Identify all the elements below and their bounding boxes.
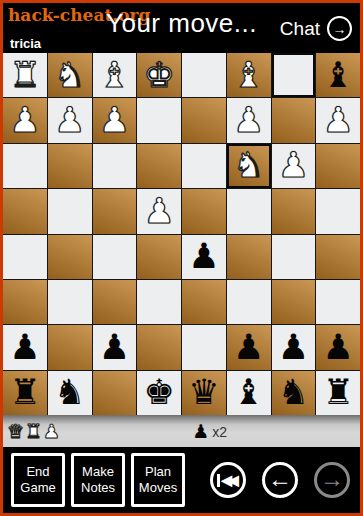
white-rook: ♜ — [9, 58, 40, 93]
square-h3[interactable] — [3, 144, 47, 188]
white-king: ♚ — [143, 58, 174, 93]
black-rook: ♜ — [322, 375, 353, 410]
black-pawn-icon: ♟ — [192, 422, 209, 441]
captured-white-pieces: ♛♜♟ — [7, 422, 60, 441]
square-h6[interactable] — [3, 280, 47, 324]
square-b3[interactable]: ♟ — [272, 144, 316, 188]
square-d5[interactable]: ♟ — [182, 235, 226, 279]
square-h8[interactable]: ♜ — [3, 371, 47, 415]
square-c4[interactable] — [227, 189, 271, 233]
end-game-line1: End — [26, 464, 49, 480]
white-pawn: ♟ — [54, 103, 85, 138]
square-a4[interactable] — [316, 189, 360, 233]
end-game-line2: Game — [20, 480, 55, 496]
square-c1[interactable]: ♝ — [227, 53, 271, 97]
white-pawn: ♟ — [9, 103, 40, 138]
white-bishop: ♝ — [99, 58, 130, 93]
square-a1[interactable]: ♝ — [316, 53, 360, 97]
bottom-toolbar: End Game Make Notes Plan Moves ◀◀ ← → — [3, 447, 360, 513]
square-g3[interactable] — [48, 144, 92, 188]
black-king: ♚ — [143, 375, 174, 410]
black-pawn: ♟ — [188, 239, 219, 274]
square-b8[interactable]: ♞ — [272, 371, 316, 415]
plan-moves-line1: Plan — [145, 464, 171, 480]
square-h1[interactable]: ♜ — [3, 53, 47, 97]
square-f7[interactable]: ♟ — [93, 325, 137, 369]
square-f1[interactable]: ♝ — [93, 53, 137, 97]
captured-black-pieces: ♟ x2 — [192, 422, 227, 441]
plan-moves-line2: Moves — [139, 480, 177, 496]
white-knight: ♞ — [54, 58, 85, 93]
plan-moves-button[interactable]: Plan Moves — [131, 453, 185, 507]
black-bishop: ♝ — [233, 375, 264, 410]
app-window: hack-cheat.org Your move... Chat → trici… — [0, 0, 363, 516]
square-d8[interactable]: ♛ — [182, 371, 226, 415]
back-button[interactable]: ← — [262, 462, 298, 498]
square-f8[interactable] — [93, 371, 137, 415]
opponent-name: tricia — [10, 36, 41, 51]
square-e4[interactable]: ♟ — [137, 189, 181, 233]
white-queen-icon: ♛ — [7, 422, 24, 441]
square-f5[interactable] — [93, 235, 137, 279]
end-game-button[interactable]: End Game — [11, 453, 65, 507]
circled-right-arrow-icon: → — [327, 16, 352, 41]
square-a5[interactable] — [316, 235, 360, 279]
square-f4[interactable] — [93, 189, 137, 233]
captured-count-label: x2 — [212, 424, 227, 440]
white-pawn: ♟ — [99, 103, 130, 138]
black-pawn: ♟ — [322, 330, 353, 365]
forward-arrow-icon: → — [320, 467, 344, 491]
white-pawn: ♟ — [233, 103, 264, 138]
chat-button[interactable]: Chat → — [280, 16, 352, 41]
square-c3[interactable]: ♞ — [227, 144, 271, 188]
square-c2[interactable]: ♟ — [227, 98, 271, 142]
white-pawn: ♟ — [143, 194, 174, 229]
white-knight: ♞ — [233, 148, 264, 183]
square-g6[interactable] — [48, 280, 92, 324]
square-e2[interactable] — [137, 98, 181, 142]
square-g4[interactable] — [48, 189, 92, 233]
black-pawn: ♟ — [9, 330, 40, 365]
black-rook: ♜ — [9, 375, 40, 410]
white-pawn-icon: ♟ — [43, 422, 60, 441]
forward-button[interactable]: → — [314, 462, 350, 498]
back-arrow-icon: ← — [268, 467, 292, 491]
white-bishop: ♝ — [233, 58, 264, 93]
skip-to-start-button[interactable]: ◀◀ — [210, 462, 246, 498]
square-h5[interactable] — [3, 235, 47, 279]
square-g7[interactable] — [48, 325, 92, 369]
white-pawn: ♟ — [278, 148, 309, 183]
black-knight: ♞ — [278, 375, 309, 410]
chess-board: ♜♞♝♚♝♝♟♟♟♟♟♞♟♟♟♟♟♟♟♟♜♞♚♛♝♞♜ — [3, 53, 360, 415]
square-b1[interactable] — [272, 53, 316, 97]
square-a6[interactable] — [316, 280, 360, 324]
black-bishop: ♝ — [322, 58, 353, 93]
square-f6[interactable] — [93, 280, 137, 324]
square-a2[interactable]: ♟ — [316, 98, 360, 142]
square-h2[interactable]: ♟ — [3, 98, 47, 142]
square-d4[interactable] — [182, 189, 226, 233]
white-rook-icon: ♜ — [25, 422, 42, 441]
square-f2[interactable]: ♟ — [93, 98, 137, 142]
square-e5[interactable] — [137, 235, 181, 279]
square-b5[interactable] — [272, 235, 316, 279]
black-pawn: ♟ — [233, 330, 264, 365]
black-knight: ♞ — [54, 375, 85, 410]
square-g8[interactable]: ♞ — [48, 371, 92, 415]
square-e1[interactable]: ♚ — [137, 53, 181, 97]
move-nav-group: ◀◀ ← → — [210, 462, 350, 498]
top-bar: hack-cheat.org Your move... Chat → trici… — [3, 3, 360, 53]
square-d1[interactable] — [182, 53, 226, 97]
captured-pieces-tray: ♛♜♟ ♟ x2 — [3, 415, 360, 447]
square-a3[interactable] — [316, 144, 360, 188]
square-b7[interactable]: ♟ — [272, 325, 316, 369]
square-c8[interactable]: ♝ — [227, 371, 271, 415]
square-d7[interactable] — [182, 325, 226, 369]
square-g5[interactable] — [48, 235, 92, 279]
square-a8[interactable]: ♜ — [316, 371, 360, 415]
square-e6[interactable] — [137, 280, 181, 324]
square-a7[interactable]: ♟ — [316, 325, 360, 369]
square-g1[interactable]: ♞ — [48, 53, 92, 97]
square-e8[interactable]: ♚ — [137, 371, 181, 415]
square-c5[interactable] — [227, 235, 271, 279]
make-notes-line2: Notes — [81, 480, 115, 496]
square-b2[interactable] — [272, 98, 316, 142]
square-f3[interactable] — [93, 144, 137, 188]
black-pawn: ♟ — [278, 330, 309, 365]
black-pawn: ♟ — [99, 330, 130, 365]
make-notes-line1: Make — [82, 464, 114, 480]
square-d6[interactable] — [182, 280, 226, 324]
square-e3[interactable] — [137, 144, 181, 188]
square-b6[interactable] — [272, 280, 316, 324]
black-queen: ♛ — [188, 375, 219, 410]
square-b4[interactable] — [272, 189, 316, 233]
square-h7[interactable]: ♟ — [3, 325, 47, 369]
square-c7[interactable]: ♟ — [227, 325, 271, 369]
chat-label: Chat — [280, 18, 320, 40]
white-pawn: ♟ — [322, 103, 353, 138]
square-e7[interactable] — [137, 325, 181, 369]
square-d3[interactable] — [182, 144, 226, 188]
square-h4[interactable] — [3, 189, 47, 233]
square-d2[interactable] — [182, 98, 226, 142]
skip-to-start-icon: ◀◀ — [217, 473, 239, 487]
square-c6[interactable] — [227, 280, 271, 324]
make-notes-button[interactable]: Make Notes — [71, 453, 125, 507]
square-g2[interactable]: ♟ — [48, 98, 92, 142]
